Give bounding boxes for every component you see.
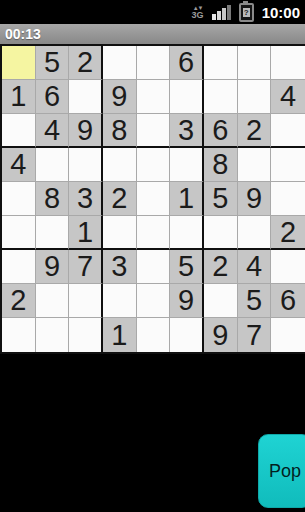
cell-r3c9[interactable] [271, 114, 305, 148]
cell-r9c9[interactable] [271, 318, 305, 352]
cell-r6c1[interactable] [2, 216, 36, 250]
cell-r3c6[interactable]: 3 [170, 114, 204, 148]
game-timer-bar: 00:13 [0, 24, 305, 44]
cell-r3c7[interactable]: 6 [204, 114, 238, 148]
cell-r3c2[interactable]: 4 [36, 114, 70, 148]
cell-r6c9[interactable]: 2 [271, 216, 305, 250]
cell-r8c8[interactable]: 5 [238, 284, 272, 318]
cell-r6c3[interactable]: 1 [69, 216, 103, 250]
cell-r7c1[interactable] [2, 250, 36, 284]
status-clock: 10:00 [262, 4, 300, 21]
cell-r7c5[interactable] [137, 250, 171, 284]
cell-r3c3[interactable]: 9 [69, 114, 103, 148]
cell-r4c4[interactable] [103, 148, 137, 182]
sudoku-board[interactable]: 526169449836248832159129735242956197 [0, 44, 305, 354]
cell-r7c8[interactable]: 4 [238, 250, 272, 284]
cell-r7c4[interactable]: 3 [103, 250, 137, 284]
battery-unknown-icon: ? [239, 3, 254, 22]
cell-r8c3[interactable] [69, 284, 103, 318]
cell-r6c8[interactable] [238, 216, 272, 250]
signal-bar-1 [212, 14, 216, 20]
cell-r9c4[interactable]: 1 [103, 318, 137, 352]
cell-r4c9[interactable] [271, 148, 305, 182]
cell-r4c3[interactable] [69, 148, 103, 182]
cell-r7c2[interactable]: 9 [36, 250, 70, 284]
cell-r9c7[interactable]: 9 [204, 318, 238, 352]
cell-r8c4[interactable] [103, 284, 137, 318]
cell-r8c7[interactable] [204, 284, 238, 318]
cell-r7c6[interactable]: 5 [170, 250, 204, 284]
cell-r8c9[interactable]: 6 [271, 284, 305, 318]
cell-r4c7[interactable]: 8 [204, 148, 238, 182]
cell-r9c6[interactable] [170, 318, 204, 352]
cell-r4c6[interactable] [170, 148, 204, 182]
cell-r3c8[interactable]: 2 [238, 114, 272, 148]
cell-r5c8[interactable]: 9 [238, 182, 272, 216]
cell-r4c1[interactable]: 4 [2, 148, 36, 182]
battery-question-mark: ? [243, 8, 250, 17]
cell-r9c2[interactable] [36, 318, 70, 352]
phone-screen: ▲▼ 3G ? 10:00 00:13 52616944983624883215… [0, 0, 305, 512]
cell-r8c6[interactable]: 9 [170, 284, 204, 318]
cell-r4c2[interactable] [36, 148, 70, 182]
cell-r2c6[interactable] [170, 80, 204, 114]
cell-r6c7[interactable] [204, 216, 238, 250]
cell-r5c1[interactable] [2, 182, 36, 216]
cell-r1c2[interactable]: 5 [36, 46, 70, 80]
elapsed-time: 00:13 [5, 26, 41, 42]
cell-r5c4[interactable]: 2 [103, 182, 137, 216]
cell-r1c4[interactable] [103, 46, 137, 80]
cell-r1c6[interactable]: 6 [170, 46, 204, 80]
cell-r7c9[interactable] [271, 250, 305, 284]
cell-r2c7[interactable] [204, 80, 238, 114]
cell-r6c6[interactable] [170, 216, 204, 250]
cell-r1c8[interactable] [238, 46, 272, 80]
cell-r8c5[interactable] [137, 284, 171, 318]
cell-r5c3[interactable]: 3 [69, 182, 103, 216]
signal-strength-icon [212, 4, 231, 20]
cell-r5c2[interactable]: 8 [36, 182, 70, 216]
signal-bar-2 [217, 11, 221, 20]
cell-r1c3[interactable]: 2 [69, 46, 103, 80]
cell-r6c5[interactable] [137, 216, 171, 250]
cell-r6c2[interactable] [36, 216, 70, 250]
cell-r9c8[interactable]: 7 [238, 318, 272, 352]
cell-r5c6[interactable]: 1 [170, 182, 204, 216]
cell-r8c2[interactable] [36, 284, 70, 318]
cell-r7c7[interactable]: 2 [204, 250, 238, 284]
cell-r5c7[interactable]: 5 [204, 182, 238, 216]
cell-r1c9[interactable] [271, 46, 305, 80]
cell-r2c1[interactable]: 1 [2, 80, 36, 114]
cell-r4c8[interactable] [238, 148, 272, 182]
cell-r1c5[interactable] [137, 46, 171, 80]
cell-r9c3[interactable] [69, 318, 103, 352]
cell-r8c1[interactable]: 2 [2, 284, 36, 318]
cell-r2c4[interactable]: 9 [103, 80, 137, 114]
cell-r3c4[interactable]: 8 [103, 114, 137, 148]
status-bar: ▲▼ 3G ? 10:00 [0, 0, 305, 24]
cell-r2c2[interactable]: 6 [36, 80, 70, 114]
cell-r7c3[interactable]: 7 [69, 250, 103, 284]
cell-r4c5[interactable] [137, 148, 171, 182]
cell-r9c1[interactable] [2, 318, 36, 352]
signal-bar-3 [222, 8, 226, 20]
signal-bar-4 [227, 5, 231, 20]
cell-r2c8[interactable] [238, 80, 272, 114]
cell-r1c7[interactable] [204, 46, 238, 80]
cell-r2c9[interactable]: 4 [271, 80, 305, 114]
cell-r6c4[interactable] [103, 216, 137, 250]
cell-r2c3[interactable] [69, 80, 103, 114]
cell-r1c1[interactable] [2, 46, 36, 80]
cell-r5c5[interactable] [137, 182, 171, 216]
data-3g-label: 3G [192, 11, 204, 20]
data-3g-icon: ▲▼ 3G [192, 5, 204, 20]
cell-r3c5[interactable] [137, 114, 171, 148]
pop-button[interactable]: Pop [258, 434, 305, 508]
cell-r3c1[interactable] [2, 114, 36, 148]
cell-r5c9[interactable] [271, 182, 305, 216]
cell-r9c5[interactable] [137, 318, 171, 352]
cell-r2c5[interactable] [137, 80, 171, 114]
